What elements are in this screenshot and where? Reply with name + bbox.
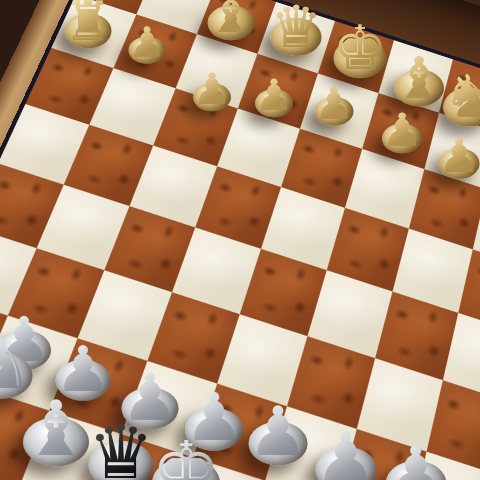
bishop-glyph: ♝ xyxy=(22,391,90,467)
king-glyph: ♚ xyxy=(333,17,388,78)
pawn-glyph: ♟ xyxy=(385,437,448,480)
pawn-glyph: ♟ xyxy=(128,22,166,64)
pawn-glyph: ♟ xyxy=(314,81,354,126)
bishop-glyph: ♝ xyxy=(207,0,255,41)
pawn-glyph: ♟ xyxy=(255,74,294,117)
king-glyph: ♚ xyxy=(151,431,221,480)
rook-glyph: ♜ xyxy=(64,0,112,49)
pawn-glyph: ♟ xyxy=(193,68,232,111)
knight-glyph: ♞ xyxy=(443,67,480,126)
pawn-glyph: ♟ xyxy=(315,423,378,480)
pawn-glyph: ♟ xyxy=(248,398,309,466)
queen-glyph: ♛ xyxy=(270,0,322,56)
bishop-glyph: ♝ xyxy=(393,50,444,107)
queen-glyph: ♛ xyxy=(88,415,154,480)
photo-stage: ♜♟♝♛♚♝♞♟♟♟♟♟♞♟♟♟♟♟♟♟♝♛♚ xyxy=(0,0,480,480)
pawn-glyph: ♟ xyxy=(438,132,480,179)
pawn-glyph: ♟ xyxy=(381,107,422,153)
